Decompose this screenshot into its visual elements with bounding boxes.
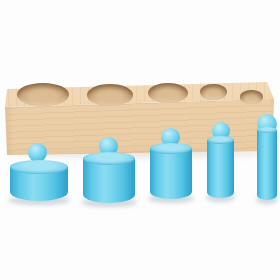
- cylinder-top-surface: [207, 136, 234, 144]
- block-hole-l: [87, 84, 133, 106]
- cylinder-top-surface: [257, 127, 277, 133]
- block-hole-xs: [240, 90, 263, 104]
- cylinder-body: [257, 130, 277, 200]
- cylinder-top-surface: [150, 143, 192, 154]
- block-hole-s: [200, 84, 227, 100]
- wooden-block-front-face: [0, 0, 280, 280]
- block-hole-m: [148, 83, 188, 103]
- cylinder-knob: [28, 143, 47, 162]
- product-photo-scene: [0, 0, 280, 280]
- cylinder-body: [83, 158, 135, 203]
- block-hole-xl: [17, 83, 69, 106]
- cylinder-body: [207, 140, 234, 198]
- cylinder-top-surface: [83, 152, 135, 165]
- cylinder-body: [150, 148, 192, 199]
- cylinder-top-surface: [10, 160, 68, 174]
